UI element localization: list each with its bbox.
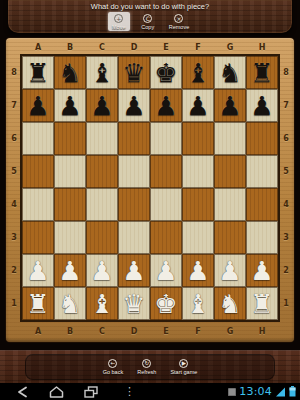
file-label-c: C bbox=[86, 320, 118, 342]
rank-label-8: 8 bbox=[278, 56, 294, 89]
refresh-icon: ↻ bbox=[142, 359, 151, 368]
file-label-d: D bbox=[118, 320, 150, 342]
square-h7[interactable]: ♟ bbox=[246, 89, 278, 122]
square-b2[interactable]: ♟ bbox=[54, 254, 86, 287]
square-a3[interactable] bbox=[22, 221, 54, 254]
piece-black-pawn[interactable]: ♟ bbox=[90, 93, 113, 119]
file-label-b: B bbox=[54, 320, 86, 342]
square-f3[interactable] bbox=[182, 221, 214, 254]
rank-labels-left: 87654321 bbox=[6, 56, 22, 320]
file-label-a: A bbox=[22, 38, 54, 56]
rank-label-3: 3 bbox=[278, 221, 294, 254]
rank-label-4: 4 bbox=[278, 188, 294, 221]
square-d8[interactable]: ♛ bbox=[118, 56, 150, 89]
file-label-g: G bbox=[214, 38, 246, 56]
square-g5[interactable] bbox=[214, 155, 246, 188]
rank-label-3: 3 bbox=[6, 221, 22, 254]
copy-icon: C bbox=[143, 14, 152, 23]
square-e3[interactable] bbox=[150, 221, 182, 254]
remove-button[interactable]: × Remove bbox=[166, 12, 192, 31]
square-b3[interactable] bbox=[54, 221, 86, 254]
status-clock: 13:04 bbox=[239, 385, 272, 398]
file-label-h: H bbox=[246, 38, 278, 56]
rank-label-5: 5 bbox=[278, 155, 294, 188]
square-d3[interactable] bbox=[118, 221, 150, 254]
copy-button[interactable]: C Copy bbox=[137, 12, 159, 31]
rank-label-7: 7 bbox=[278, 89, 294, 122]
square-c3[interactable] bbox=[86, 221, 118, 254]
square-f4[interactable] bbox=[182, 188, 214, 221]
file-label-c: C bbox=[86, 38, 118, 56]
square-g6[interactable] bbox=[214, 122, 246, 155]
square-d7[interactable]: ♟ bbox=[118, 89, 150, 122]
file-label-e: E bbox=[150, 320, 182, 342]
square-b1[interactable]: ♞ bbox=[54, 287, 86, 320]
nav-buttons: ⋮ bbox=[16, 386, 135, 398]
square-g8[interactable]: ♞ bbox=[214, 56, 246, 89]
piece-white-rook[interactable]: ♜ bbox=[250, 291, 273, 317]
square-h2[interactable]: ♟ bbox=[246, 254, 278, 287]
piece-white-pawn[interactable]: ♟ bbox=[154, 258, 177, 284]
wifi-icon bbox=[275, 387, 286, 397]
square-c7[interactable]: ♟ bbox=[86, 89, 118, 122]
square-a5[interactable] bbox=[22, 155, 54, 188]
piece-white-knight[interactable]: ♞ bbox=[58, 291, 81, 317]
piece-black-queen[interactable]: ♛ bbox=[122, 60, 145, 86]
square-h3[interactable] bbox=[246, 221, 278, 254]
square-b8[interactable]: ♞ bbox=[54, 56, 86, 89]
piece-white-pawn[interactable]: ♟ bbox=[250, 258, 273, 284]
piece-white-queen[interactable]: ♛ bbox=[122, 291, 145, 317]
square-c4[interactable] bbox=[86, 188, 118, 221]
square-h5[interactable] bbox=[246, 155, 278, 188]
file-label-e: E bbox=[150, 38, 182, 56]
start-game-label: Start game bbox=[170, 369, 197, 375]
go-back-icon: ← bbox=[108, 359, 117, 368]
square-f1[interactable]: ♝ bbox=[182, 287, 214, 320]
square-e8[interactable]: ♚ bbox=[150, 56, 182, 89]
refresh-label: Refresh bbox=[137, 369, 156, 375]
square-a6[interactable] bbox=[22, 122, 54, 155]
square-b4[interactable] bbox=[54, 188, 86, 221]
move-icon: + bbox=[114, 14, 123, 23]
piece-black-knight[interactable]: ♞ bbox=[218, 60, 241, 86]
file-label-h: H bbox=[246, 320, 278, 342]
go-back-button[interactable]: ← Go back bbox=[103, 359, 123, 375]
piece-white-pawn[interactable]: ♟ bbox=[26, 258, 49, 284]
square-h4[interactable] bbox=[246, 188, 278, 221]
file-label-a: A bbox=[22, 320, 54, 342]
piece-black-rook[interactable]: ♜ bbox=[250, 60, 273, 86]
square-c2[interactable]: ♟ bbox=[86, 254, 118, 287]
piece-black-pawn[interactable]: ♟ bbox=[154, 93, 177, 119]
remove-icon: × bbox=[174, 14, 183, 23]
piece-black-pawn[interactable]: ♟ bbox=[186, 93, 209, 119]
piece-white-king[interactable]: ♚ bbox=[154, 291, 177, 317]
rank-label-6: 6 bbox=[6, 122, 22, 155]
square-h6[interactable] bbox=[246, 122, 278, 155]
start-game-icon: ▶ bbox=[179, 359, 188, 368]
square-g1[interactable]: ♞ bbox=[214, 287, 246, 320]
square-e5[interactable] bbox=[150, 155, 182, 188]
start-game-button[interactable]: ▶ Start game bbox=[170, 359, 197, 375]
square-e1[interactable]: ♚ bbox=[150, 287, 182, 320]
piece-black-pawn[interactable]: ♟ bbox=[218, 93, 241, 119]
square-f8[interactable]: ♝ bbox=[182, 56, 214, 89]
file-labels-bottom: ABCDEFGH bbox=[22, 320, 278, 342]
rank-label-8: 8 bbox=[6, 56, 22, 89]
piece-black-pawn[interactable]: ♟ bbox=[26, 93, 49, 119]
piece-black-bishop[interactable]: ♝ bbox=[90, 60, 113, 86]
square-f6[interactable] bbox=[182, 122, 214, 155]
go-back-label: Go back bbox=[103, 369, 123, 375]
piece-white-bishop[interactable]: ♝ bbox=[186, 291, 209, 317]
square-f2[interactable]: ♟ bbox=[182, 254, 214, 287]
square-d6[interactable] bbox=[118, 122, 150, 155]
piece-white-pawn[interactable]: ♟ bbox=[122, 258, 145, 284]
piece-white-rook[interactable]: ♜ bbox=[26, 291, 49, 317]
file-label-d: D bbox=[118, 38, 150, 56]
square-d4[interactable] bbox=[118, 188, 150, 221]
square-a1[interactable]: ♜ bbox=[22, 287, 54, 320]
square-h1[interactable]: ♜ bbox=[246, 287, 278, 320]
piece-white-knight[interactable]: ♞ bbox=[218, 291, 241, 317]
app-screen: What do you want to do with piece? + Mov… bbox=[0, 0, 300, 400]
piece-black-pawn[interactable]: ♟ bbox=[58, 93, 81, 119]
rank-label-4: 4 bbox=[6, 188, 22, 221]
rank-label-2: 2 bbox=[278, 254, 294, 287]
square-a8[interactable]: ♜ bbox=[22, 56, 54, 89]
chess-board: ABCDEFGH ABCDEFGH 87654321 87654321 ♜♞♝♛… bbox=[6, 38, 294, 342]
rank-label-6: 6 bbox=[278, 122, 294, 155]
back-icon[interactable] bbox=[16, 386, 29, 398]
recents-icon[interactable] bbox=[84, 386, 98, 398]
rank-labels-right: 87654321 bbox=[278, 56, 294, 320]
square-e7[interactable]: ♟ bbox=[150, 89, 182, 122]
piece-black-pawn[interactable]: ♟ bbox=[250, 93, 273, 119]
toolbar-panel: ← Go back ↻ Refresh ▶ Start game bbox=[25, 354, 275, 380]
rank-label-1: 1 bbox=[6, 287, 22, 320]
piece-black-knight[interactable]: ♞ bbox=[58, 60, 81, 86]
menu-icon[interactable]: ⋮ bbox=[124, 386, 135, 397]
square-c5[interactable] bbox=[86, 155, 118, 188]
rank-label-1: 1 bbox=[278, 287, 294, 320]
android-navbar: ⋮ 13:04 bbox=[0, 383, 300, 400]
file-labels-top: ABCDEFGH bbox=[22, 38, 278, 56]
square-f5[interactable] bbox=[182, 155, 214, 188]
bottom-toolbar: ← Go back ↻ Refresh ▶ Start game bbox=[0, 350, 300, 383]
piece-black-bishop[interactable]: ♝ bbox=[186, 60, 209, 86]
square-d2[interactable]: ♟ bbox=[118, 254, 150, 287]
square-g7[interactable]: ♟ bbox=[214, 89, 246, 122]
square-e2[interactable]: ♟ bbox=[150, 254, 182, 287]
rank-label-7: 7 bbox=[6, 89, 22, 122]
move-button-label: Move bbox=[112, 24, 125, 30]
home-icon[interactable] bbox=[49, 386, 64, 398]
piece-white-bishop[interactable]: ♝ bbox=[90, 291, 113, 317]
piece-white-pawn[interactable]: ♟ bbox=[218, 258, 241, 284]
board-squares: ♜♞♝♛♚♝♞♜♟♟♟♟♟♟♟♟♟♟♟♟♟♟♟♟♜♞♝♛♚♝♞♜ bbox=[22, 56, 278, 320]
status-cluster[interactable]: 13:04 bbox=[228, 383, 296, 400]
file-label-g: G bbox=[214, 320, 246, 342]
square-f7[interactable]: ♟ bbox=[182, 89, 214, 122]
square-b5[interactable] bbox=[54, 155, 86, 188]
dialog-title: What do you want to do with piece? bbox=[8, 2, 292, 11]
dialog-buttons: + Move C Copy × Remove bbox=[8, 12, 292, 31]
piece-action-dialog: What do you want to do with piece? + Mov… bbox=[8, 0, 292, 33]
file-label-f: F bbox=[182, 38, 214, 56]
piece-black-king[interactable]: ♚ bbox=[154, 60, 177, 86]
square-a7[interactable]: ♟ bbox=[22, 89, 54, 122]
square-d1[interactable]: ♛ bbox=[118, 287, 150, 320]
piece-black-pawn[interactable]: ♟ bbox=[122, 93, 145, 119]
square-b6[interactable] bbox=[54, 122, 86, 155]
rank-label-2: 2 bbox=[6, 254, 22, 287]
move-button[interactable]: + Move bbox=[108, 12, 130, 31]
notification-icon bbox=[228, 388, 236, 396]
file-label-f: F bbox=[182, 320, 214, 342]
square-e4[interactable] bbox=[150, 188, 182, 221]
piece-white-pawn[interactable]: ♟ bbox=[58, 258, 81, 284]
square-g3[interactable] bbox=[214, 221, 246, 254]
square-e6[interactable] bbox=[150, 122, 182, 155]
square-d5[interactable] bbox=[118, 155, 150, 188]
refresh-button[interactable]: ↻ Refresh bbox=[137, 359, 156, 375]
square-a2[interactable]: ♟ bbox=[22, 254, 54, 287]
square-g4[interactable] bbox=[214, 188, 246, 221]
square-c1[interactable]: ♝ bbox=[86, 287, 118, 320]
square-c6[interactable] bbox=[86, 122, 118, 155]
square-h8[interactable]: ♜ bbox=[246, 56, 278, 89]
rank-label-5: 5 bbox=[6, 155, 22, 188]
piece-white-pawn[interactable]: ♟ bbox=[186, 258, 209, 284]
file-label-b: B bbox=[54, 38, 86, 56]
copy-button-label: Copy bbox=[141, 24, 154, 30]
battery-icon bbox=[289, 386, 296, 397]
remove-button-label: Remove bbox=[169, 24, 189, 30]
piece-black-rook[interactable]: ♜ bbox=[26, 60, 49, 86]
square-a4[interactable] bbox=[22, 188, 54, 221]
square-c8[interactable]: ♝ bbox=[86, 56, 118, 89]
piece-white-pawn[interactable]: ♟ bbox=[90, 258, 113, 284]
square-b7[interactable]: ♟ bbox=[54, 89, 86, 122]
square-g2[interactable]: ♟ bbox=[214, 254, 246, 287]
